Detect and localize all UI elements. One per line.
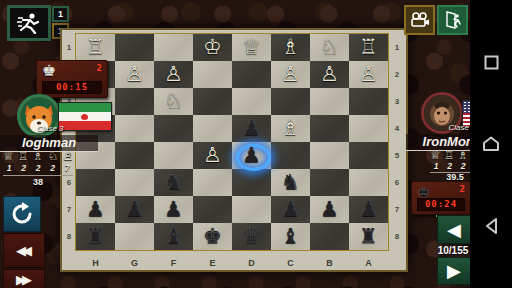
square-a7[interactable]: ♟ bbox=[349, 196, 388, 223]
white-pawn-f2: ♙ bbox=[154, 61, 193, 88]
black-rook-h8: ♜ bbox=[76, 223, 115, 250]
square-c2[interactable]: ♙ bbox=[271, 61, 310, 88]
square-a8[interactable]: ♜ bbox=[349, 223, 388, 250]
square-d6[interactable] bbox=[232, 169, 271, 196]
square-e1[interactable]: ♔ bbox=[193, 34, 232, 61]
black-pawn-g7: ♟ bbox=[115, 196, 154, 223]
black-pawn-f7: ♟ bbox=[154, 196, 193, 223]
white-pawn-e5: ♙ bbox=[193, 142, 232, 169]
square-b7[interactable]: ♟ bbox=[310, 196, 349, 223]
black-pawn-c7: ♟ bbox=[271, 196, 310, 223]
black-pawn-a7: ♟ bbox=[349, 196, 388, 223]
square-f1[interactable] bbox=[154, 34, 193, 61]
square-h7[interactable]: ♟ bbox=[76, 196, 115, 223]
square-e6[interactable] bbox=[193, 169, 232, 196]
home-icon bbox=[482, 136, 500, 152]
fast-forward-button[interactable]: ▶▶ bbox=[3, 269, 45, 288]
square-d8[interactable]: ♛ bbox=[232, 223, 271, 250]
square-d4[interactable]: ♟ bbox=[232, 115, 271, 142]
rook-count-icon: ♖ bbox=[18, 150, 29, 163]
file-label-f: F bbox=[154, 258, 193, 268]
square-f6[interactable]: ♞ bbox=[154, 169, 193, 196]
square-g8[interactable] bbox=[115, 223, 154, 250]
rook-count-value: 2 bbox=[444, 161, 456, 171]
black-clock: ♚ 2 00:24 bbox=[411, 181, 471, 215]
square-g2[interactable]: ♙ bbox=[115, 61, 154, 88]
black-queen-d8: ♛ bbox=[232, 223, 271, 250]
square-h6[interactable] bbox=[76, 169, 115, 196]
square-e2[interactable] bbox=[193, 61, 232, 88]
white-clock-time: 00:15 bbox=[42, 81, 102, 94]
square-c5[interactable] bbox=[271, 142, 310, 169]
white-bishop-c4: ♗ bbox=[271, 115, 310, 142]
pawn-count-icon: ♙ bbox=[62, 150, 73, 163]
black-knight-c6: ♞ bbox=[271, 169, 310, 196]
square-d3[interactable] bbox=[232, 88, 271, 115]
square-d7[interactable] bbox=[232, 196, 271, 223]
file-label-a: A bbox=[349, 258, 388, 268]
square-c6[interactable]: ♞ bbox=[271, 169, 310, 196]
square-g5[interactable] bbox=[115, 142, 154, 169]
square-d1[interactable]: ♕ bbox=[232, 34, 271, 61]
file-label-c: C bbox=[271, 258, 310, 268]
white-pawn-c2: ♙ bbox=[271, 61, 310, 88]
square-g3[interactable] bbox=[115, 88, 154, 115]
white-knight-b1: ♘ bbox=[310, 34, 349, 61]
white-king-e1: ♔ bbox=[193, 34, 232, 61]
rank-label-7: 7 bbox=[63, 196, 75, 223]
rank-label-6: 6 bbox=[391, 169, 403, 196]
square-c8[interactable]: ♝ bbox=[271, 223, 310, 250]
square-f7[interactable]: ♟ bbox=[154, 196, 193, 223]
white-rook-a1: ♖ bbox=[349, 34, 388, 61]
recents-square-icon bbox=[484, 55, 499, 70]
rank-label-2: 2 bbox=[391, 61, 403, 88]
square-e8[interactable]: ♚ bbox=[193, 223, 232, 250]
square-b3[interactable] bbox=[310, 88, 349, 115]
rank-label-1: 1 bbox=[63, 34, 75, 61]
square-b5[interactable] bbox=[310, 142, 349, 169]
bishop-count-value: 2 bbox=[32, 163, 44, 173]
runner-icon bbox=[17, 12, 41, 34]
board-grid: ♖♔♕♗♘♖♙♙♙♙♙♙♘♟♗♙♟♞♞♟♟♟♟♟♟♜♝♚♛♝♜ bbox=[76, 34, 388, 250]
file-label-b: B bbox=[310, 258, 349, 268]
prev-move-button[interactable]: ◀ bbox=[437, 215, 471, 244]
square-e7[interactable] bbox=[193, 196, 232, 223]
white-king-clock-icon: ♚ bbox=[42, 62, 56, 80]
chess-board: ♖♔♕♗♘♖♙♙♙♙♙♙♘♟♗♙♟♞♞♟♟♟♟♟♟♜♝♚♛♝♜ 12345678… bbox=[60, 28, 408, 272]
rank-label-4: 4 bbox=[391, 115, 403, 142]
piece-icons-left: ♕♖♗♘♙ bbox=[3, 150, 73, 163]
knight-count-value: 2 bbox=[47, 163, 59, 173]
bishop-count-value: 2 bbox=[457, 161, 469, 171]
black-pawn-h7: ♟ bbox=[76, 196, 115, 223]
black-knight-f6: ♞ bbox=[154, 169, 193, 196]
white-rook-h1: ♖ bbox=[76, 34, 115, 61]
black-rook-a8: ♜ bbox=[349, 223, 388, 250]
square-c7[interactable]: ♟ bbox=[271, 196, 310, 223]
black-clock-time: 00:24 bbox=[417, 198, 465, 211]
square-b8[interactable] bbox=[310, 223, 349, 250]
black-bishop-f8: ♝ bbox=[154, 223, 193, 250]
rank-label-1: 1 bbox=[391, 34, 403, 61]
pawn-count-value: 7 bbox=[61, 163, 73, 173]
rook-count-value: 2 bbox=[18, 163, 30, 173]
white-clock: ♚ 2 00:15 bbox=[36, 60, 108, 98]
square-e4[interactable] bbox=[193, 115, 232, 142]
white-clock-badge: 2 bbox=[97, 63, 102, 73]
queen-count-icon: ♕ bbox=[3, 150, 14, 163]
back-triangle-icon bbox=[484, 217, 498, 235]
white-pawn-b2: ♙ bbox=[310, 61, 349, 88]
square-d2[interactable] bbox=[232, 61, 271, 88]
android-nav-bar bbox=[470, 0, 512, 288]
divider-left bbox=[3, 175, 73, 176]
square-f4[interactable] bbox=[154, 115, 193, 142]
queen-count-value: 1 bbox=[430, 161, 442, 171]
rank-label-8: 8 bbox=[391, 223, 403, 250]
square-f5[interactable] bbox=[154, 142, 193, 169]
rank-label-5: 5 bbox=[391, 142, 403, 169]
white-queen-d1: ♕ bbox=[232, 34, 271, 61]
rank-label-8: 8 bbox=[63, 223, 75, 250]
knight-count-icon: ♘ bbox=[47, 150, 58, 163]
app-screen: ♖♔♕♗♘♖♙♙♙♙♙♙♘♟♗♙♟♞♞♟♟♟♟♟♟♜♝♚♛♝♜ 12345678… bbox=[0, 0, 512, 288]
square-h1[interactable]: ♖ bbox=[76, 34, 115, 61]
black-clock-badge: 2 bbox=[460, 184, 465, 194]
square-a6[interactable] bbox=[349, 169, 388, 196]
black-king-e8: ♚ bbox=[193, 223, 232, 250]
white-pawn-a2: ♙ bbox=[349, 61, 388, 88]
fast-forward-icon: ▶▶ bbox=[16, 272, 28, 287]
black-pawn-d4: ♟ bbox=[232, 115, 271, 142]
square-b2[interactable]: ♙ bbox=[310, 61, 349, 88]
exit-door-icon bbox=[444, 11, 462, 29]
last-move-glow bbox=[236, 144, 271, 171]
square-b4[interactable] bbox=[310, 115, 349, 142]
square-g1[interactable] bbox=[115, 34, 154, 61]
square-f3[interactable]: ♘ bbox=[154, 88, 193, 115]
recents-button[interactable] bbox=[470, 55, 512, 74]
square-a2[interactable]: ♙ bbox=[349, 61, 388, 88]
square-c4[interactable]: ♗ bbox=[271, 115, 310, 142]
square-a5[interactable] bbox=[349, 142, 388, 169]
back-button[interactable] bbox=[470, 217, 512, 239]
white-bishop-c1: ♗ bbox=[271, 34, 310, 61]
class-label-left: Clase 3 bbox=[0, 124, 100, 133]
rotate-board-button[interactable] bbox=[3, 196, 41, 232]
white-pawn-g2: ♙ bbox=[115, 61, 154, 88]
rank-label-7: 7 bbox=[391, 196, 403, 223]
file-label-e: E bbox=[193, 258, 232, 268]
black-bishop-c8: ♝ bbox=[271, 223, 310, 250]
square-h8[interactable]: ♜ bbox=[76, 223, 115, 250]
video-camera-icon bbox=[410, 12, 430, 28]
square-f2[interactable]: ♙ bbox=[154, 61, 193, 88]
exit-game-button[interactable] bbox=[437, 5, 468, 35]
speed-mode-button[interactable] bbox=[7, 5, 51, 41]
square-g6[interactable] bbox=[115, 169, 154, 196]
square-c1[interactable]: ♗ bbox=[271, 34, 310, 61]
file-label-g: G bbox=[115, 258, 154, 268]
square-g7[interactable]: ♟ bbox=[115, 196, 154, 223]
white-knight-f3: ♘ bbox=[154, 88, 193, 115]
material-score-left: 38 bbox=[3, 177, 73, 187]
square-b6[interactable] bbox=[310, 169, 349, 196]
counter-green: 1 bbox=[52, 6, 69, 22]
record-video-button[interactable] bbox=[404, 5, 435, 35]
rewind-button[interactable]: ◀◀ bbox=[3, 233, 45, 268]
file-label-h: H bbox=[76, 258, 115, 268]
rank-label-3: 3 bbox=[391, 88, 403, 115]
queen-count-value: 1 bbox=[3, 163, 15, 173]
black-pawn-b7: ♟ bbox=[310, 196, 349, 223]
square-a4[interactable] bbox=[349, 115, 388, 142]
next-move-button[interactable]: ▶ bbox=[437, 257, 471, 285]
bishop-count-icon: ♗ bbox=[33, 150, 44, 163]
prev-move-icon: ◀ bbox=[447, 221, 461, 239]
square-e5[interactable]: ♙ bbox=[193, 142, 232, 169]
square-b1[interactable]: ♘ bbox=[310, 34, 349, 61]
file-label-d: D bbox=[232, 258, 271, 268]
square-d5[interactable]: ♟ bbox=[232, 142, 271, 169]
rewind-icon: ◀◀ bbox=[16, 243, 28, 258]
square-g4[interactable] bbox=[115, 115, 154, 142]
square-e3[interactable] bbox=[193, 88, 232, 115]
square-f8[interactable]: ♝ bbox=[154, 223, 193, 250]
square-a1[interactable]: ♖ bbox=[349, 34, 388, 61]
square-c3[interactable] bbox=[271, 88, 310, 115]
next-move-icon: ▶ bbox=[447, 262, 461, 280]
home-button[interactable] bbox=[470, 136, 512, 156]
rotate-icon bbox=[10, 202, 34, 226]
piece-counts-left: 12227 bbox=[3, 163, 73, 173]
square-a3[interactable] bbox=[349, 88, 388, 115]
